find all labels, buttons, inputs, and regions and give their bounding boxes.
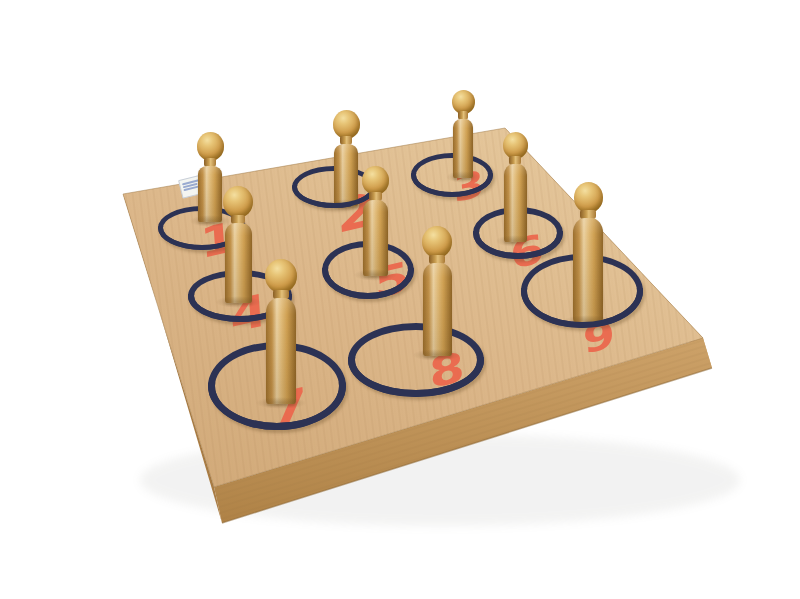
peg-shaft	[504, 164, 527, 243]
peg	[453, 90, 473, 178]
peg	[423, 226, 452, 356]
peg	[198, 132, 222, 222]
peg-ball	[422, 226, 452, 258]
peg-ball	[265, 259, 297, 293]
peg-shaft	[198, 166, 222, 222]
peg-shaft	[363, 200, 388, 276]
board-grid: 1 2 3	[0, 0, 800, 599]
peg-shaft	[423, 263, 452, 356]
peg-ball	[197, 132, 224, 161]
peg	[225, 186, 252, 303]
peg-ball	[333, 110, 360, 139]
peg-ball	[503, 132, 528, 159]
peg	[266, 259, 296, 404]
scene: 1 2 3	[0, 0, 800, 599]
peg-shaft	[225, 223, 252, 303]
peg	[363, 166, 388, 276]
peg-ball	[223, 186, 253, 218]
peg-ball	[362, 166, 389, 195]
peg	[504, 132, 527, 242]
peg-shaft	[453, 119, 473, 178]
peg-ball	[574, 182, 603, 213]
